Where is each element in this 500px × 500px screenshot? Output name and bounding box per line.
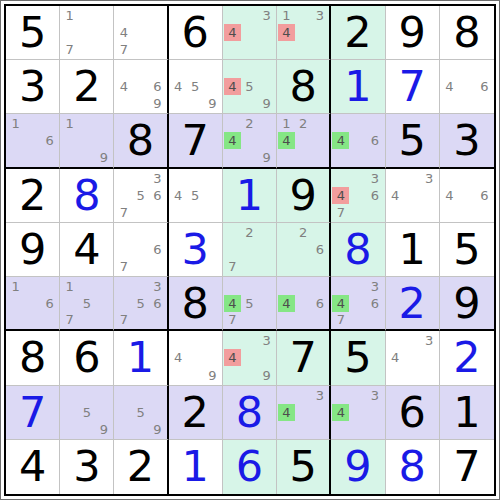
- given-digit: 7: [440, 440, 494, 494]
- candidate-4: 4: [115, 24, 132, 41]
- candidate-7: 7: [115, 41, 132, 58]
- empty-candidate-slot: [115, 7, 132, 24]
- empty-candidate-slot: [312, 41, 329, 58]
- candidate-1: 1: [278, 115, 295, 132]
- given-digit: 3: [6, 60, 59, 113]
- empty-candidate-slot: [312, 421, 329, 438]
- empty-candidate-slot: [441, 170, 458, 187]
- cell-r6c7[interactable]: 3467: [331, 277, 385, 331]
- cell-r8c8[interactable]: 6: [386, 386, 440, 440]
- empty-candidate-slot: [278, 241, 295, 258]
- cell-r8c7[interactable]: 34: [331, 386, 385, 440]
- cell-r6c8[interactable]: 2: [386, 277, 440, 331]
- cell-r8c3[interactable]: 59: [114, 386, 168, 440]
- cell-r2c4[interactable]: 459: [169, 60, 223, 114]
- empty-candidate-slot: [78, 421, 95, 438]
- candidate-9: 9: [258, 95, 275, 112]
- empty-candidate-slot: [458, 204, 475, 221]
- empty-candidate-slot: [241, 241, 258, 258]
- empty-candidate-slot: [115, 278, 132, 295]
- candidate-7: 7: [332, 204, 349, 221]
- solved-digit: 6: [223, 440, 276, 494]
- cell-r9c9[interactable]: 7: [440, 440, 494, 494]
- cell-r5c2[interactable]: 4: [60, 223, 114, 277]
- cell-r2c5[interactable]: 459: [223, 60, 277, 114]
- empty-candidate-slot: [170, 61, 187, 78]
- cell-r5c5[interactable]: 27: [223, 223, 277, 277]
- candidate-2: 2: [241, 115, 258, 132]
- cell-r4c1[interactable]: 2: [6, 169, 60, 223]
- solved-digit: 8: [60, 169, 113, 222]
- empty-candidate-slot: [366, 421, 383, 438]
- empty-candidate-slot: [224, 149, 241, 166]
- cell-r4c8[interactable]: 34: [386, 169, 440, 223]
- given-digit: 6: [386, 386, 439, 439]
- empty-candidate-slot: [149, 404, 166, 421]
- empty-candidate-slot: [312, 278, 329, 295]
- candidate-grid: 19: [60, 114, 113, 166]
- empty-candidate-slot: [61, 24, 78, 41]
- candidate-5: 5: [132, 295, 149, 312]
- candidate-6: 6: [149, 78, 166, 95]
- cell-r6c4[interactable]: 8: [169, 277, 223, 331]
- empty-candidate-slot: [241, 95, 258, 112]
- cell-r7c5[interactable]: 349: [223, 331, 277, 385]
- empty-candidate-slot: [476, 61, 493, 78]
- candidate-4-green-highlight: 4: [224, 295, 241, 312]
- cell-r9c3[interactable]: 2: [114, 440, 168, 494]
- candidate-4: 4: [441, 187, 458, 204]
- given-digit: 2: [6, 169, 59, 222]
- given-digit: 5: [277, 440, 329, 494]
- empty-candidate-slot: [295, 312, 312, 329]
- empty-candidate-slot: [224, 366, 241, 383]
- empty-candidate-slot: [78, 387, 95, 404]
- candidate-4: 4: [441, 78, 458, 95]
- candidate-2: 2: [295, 115, 312, 132]
- empty-candidate-slot: [312, 115, 329, 132]
- empty-candidate-slot: [387, 366, 404, 383]
- empty-candidate-slot: [204, 349, 221, 366]
- empty-candidate-slot: [224, 61, 241, 78]
- empty-candidate-slot: [187, 204, 204, 221]
- empty-candidate-slot: [295, 7, 312, 24]
- cell-r1c7[interactable]: 2: [331, 6, 385, 60]
- empty-candidate-slot: [170, 366, 187, 383]
- candidate-5: 5: [132, 187, 149, 204]
- candidate-1: 1: [61, 7, 78, 24]
- candidate-4-red-highlight: 4: [224, 78, 241, 95]
- empty-candidate-slot: [95, 404, 112, 421]
- cell-r7c7[interactable]: 5: [331, 331, 385, 385]
- candidate-grid: 46: [440, 169, 494, 222]
- empty-candidate-slot: [421, 349, 438, 366]
- empty-candidate-slot: [241, 258, 258, 275]
- empty-candidate-slot: [458, 61, 475, 78]
- empty-candidate-slot: [170, 170, 187, 187]
- empty-candidate-slot: [132, 24, 149, 41]
- empty-candidate-slot: [204, 170, 221, 187]
- candidate-grid: 3467: [331, 169, 384, 222]
- cell-r1c6[interactable]: 134: [277, 6, 331, 60]
- given-digit: 1: [386, 223, 439, 276]
- empty-candidate-slot: [258, 295, 275, 312]
- empty-candidate-slot: [61, 132, 78, 149]
- empty-candidate-slot: [7, 149, 24, 166]
- candidate-9: 9: [258, 366, 275, 383]
- cell-r7c9[interactable]: 2: [440, 331, 494, 385]
- given-digit: 3: [440, 114, 494, 166]
- empty-candidate-slot: [278, 421, 295, 438]
- candidate-9: 9: [258, 149, 275, 166]
- sudoku-board: 5174763413429832469459459817461619872491…: [4, 4, 496, 496]
- cell-r8c6[interactable]: 34: [277, 386, 331, 440]
- empty-candidate-slot: [149, 387, 166, 404]
- candidate-3: 3: [366, 387, 383, 404]
- empty-candidate-slot: [258, 61, 275, 78]
- empty-candidate-slot: [366, 204, 383, 221]
- empty-candidate-slot: [278, 387, 295, 404]
- cell-r7c3[interactable]: 1: [114, 331, 168, 385]
- cell-r8c5[interactable]: 8: [223, 386, 277, 440]
- empty-candidate-slot: [349, 204, 366, 221]
- empty-candidate-slot: [115, 170, 132, 187]
- cell-r9c8[interactable]: 8: [386, 440, 440, 494]
- candidate-grid: 59: [60, 386, 113, 439]
- candidate-4-red-highlight: 4: [278, 24, 295, 41]
- cell-r4c7[interactable]: 3467: [331, 169, 385, 223]
- candidate-7: 7: [115, 312, 132, 329]
- cell-r7c2[interactable]: 6: [60, 331, 114, 385]
- empty-candidate-slot: [115, 95, 132, 112]
- empty-candidate-slot: [404, 204, 421, 221]
- empty-candidate-slot: [258, 258, 275, 275]
- cell-r5c4[interactable]: 3: [169, 223, 223, 277]
- empty-candidate-slot: [115, 404, 132, 421]
- empty-candidate-slot: [332, 149, 349, 166]
- empty-candidate-slot: [441, 61, 458, 78]
- cell-r3c8[interactable]: 5: [386, 114, 440, 168]
- candidate-6: 6: [366, 132, 383, 149]
- empty-candidate-slot: [187, 366, 204, 383]
- cell-r6c1[interactable]: 16: [6, 277, 60, 331]
- empty-candidate-slot: [278, 278, 295, 295]
- empty-candidate-slot: [132, 7, 149, 24]
- candidate-7: 7: [224, 312, 241, 329]
- given-digit: 1: [440, 386, 494, 439]
- empty-candidate-slot: [312, 258, 329, 275]
- cell-r7c6[interactable]: 7: [277, 331, 331, 385]
- cell-r4c9[interactable]: 46: [440, 169, 494, 223]
- empty-candidate-slot: [312, 132, 329, 149]
- empty-candidate-slot: [61, 387, 78, 404]
- empty-candidate-slot: [349, 421, 366, 438]
- candidate-grid: 457: [223, 277, 276, 329]
- cell-r5c7[interactable]: 8: [331, 223, 385, 277]
- cell-r6c2[interactable]: 157: [60, 277, 114, 331]
- cell-r1c2[interactable]: 17: [60, 6, 114, 60]
- given-digit: 6: [169, 6, 222, 59]
- empty-candidate-slot: [132, 387, 149, 404]
- candidate-5: 5: [132, 404, 149, 421]
- cell-r2c7[interactable]: 1: [331, 60, 385, 114]
- empty-candidate-slot: [187, 170, 204, 187]
- empty-candidate-slot: [332, 387, 349, 404]
- empty-candidate-slot: [476, 170, 493, 187]
- cell-r2c1[interactable]: 3: [6, 60, 60, 114]
- empty-candidate-slot: [295, 24, 312, 41]
- empty-candidate-slot: [132, 61, 149, 78]
- cell-r3c7[interactable]: 46: [331, 114, 385, 168]
- cell-r1c9[interactable]: 8: [440, 6, 494, 60]
- cell-r4c4[interactable]: 45: [169, 169, 223, 223]
- cell-r9c2[interactable]: 3: [60, 440, 114, 494]
- candidate-7: 7: [224, 258, 241, 275]
- empty-candidate-slot: [366, 312, 383, 329]
- given-digit: 4: [6, 440, 59, 494]
- empty-candidate-slot: [78, 41, 95, 58]
- solved-digit: 8: [386, 440, 439, 494]
- given-digit: 8: [6, 331, 59, 384]
- empty-candidate-slot: [187, 349, 204, 366]
- cell-r3c3[interactable]: 8: [114, 114, 168, 168]
- empty-candidate-slot: [204, 332, 221, 349]
- empty-candidate-slot: [404, 332, 421, 349]
- empty-candidate-slot: [349, 404, 366, 421]
- candidate-grid: 34: [331, 386, 384, 439]
- empty-candidate-slot: [278, 312, 295, 329]
- candidate-grid: 16: [6, 114, 59, 166]
- candidate-6: 6: [41, 132, 58, 149]
- candidate-5: 5: [78, 295, 95, 312]
- cell-r8c4[interactable]: 2: [169, 386, 223, 440]
- cell-r3c2[interactable]: 19: [60, 114, 114, 168]
- solved-digit: 1: [114, 331, 166, 384]
- empty-candidate-slot: [349, 387, 366, 404]
- empty-candidate-slot: [41, 115, 58, 132]
- cell-r1c5[interactable]: 34: [223, 6, 277, 60]
- cell-r6c6[interactable]: 46: [277, 277, 331, 331]
- given-digit: 7: [169, 114, 222, 166]
- empty-candidate-slot: [149, 7, 166, 24]
- candidate-grid: 3467: [331, 277, 384, 329]
- empty-candidate-slot: [295, 132, 312, 149]
- empty-candidate-slot: [258, 78, 275, 95]
- solved-digit: 7: [6, 386, 59, 439]
- empty-candidate-slot: [132, 278, 149, 295]
- empty-candidate-slot: [7, 312, 24, 329]
- empty-candidate-slot: [132, 95, 149, 112]
- empty-candidate-slot: [41, 149, 58, 166]
- given-digit: 5: [440, 223, 494, 276]
- candidate-4-green-highlight: 4: [278, 295, 295, 312]
- empty-candidate-slot: [441, 204, 458, 221]
- candidate-9: 9: [149, 95, 166, 112]
- candidate-4-green-highlight: 4: [224, 132, 241, 149]
- candidate-2: 2: [241, 224, 258, 241]
- candidate-9: 9: [204, 95, 221, 112]
- empty-candidate-slot: [278, 224, 295, 241]
- candidate-9: 9: [204, 366, 221, 383]
- candidate-4: 4: [170, 187, 187, 204]
- cell-r1c3[interactable]: 47: [114, 6, 168, 60]
- empty-candidate-slot: [41, 312, 58, 329]
- empty-candidate-slot: [258, 278, 275, 295]
- given-digit: 2: [169, 386, 222, 439]
- candidate-4-red-highlight: 4: [332, 187, 349, 204]
- empty-candidate-slot: [224, 278, 241, 295]
- candidate-7: 7: [115, 258, 132, 275]
- candidate-grid: 34: [386, 331, 439, 384]
- empty-candidate-slot: [78, 24, 95, 41]
- candidate-4-green-highlight: 4: [278, 132, 295, 149]
- empty-candidate-slot: [115, 61, 132, 78]
- empty-candidate-slot: [349, 132, 366, 149]
- given-digit: 8: [440, 6, 494, 59]
- empty-candidate-slot: [7, 295, 24, 312]
- candidate-6: 6: [312, 295, 329, 312]
- cell-r9c7[interactable]: 9: [331, 440, 385, 494]
- empty-candidate-slot: [258, 115, 275, 132]
- empty-candidate-slot: [295, 278, 312, 295]
- cell-r4c2[interactable]: 8: [60, 169, 114, 223]
- empty-candidate-slot: [187, 95, 204, 112]
- cell-r1c4[interactable]: 6: [169, 6, 223, 60]
- empty-candidate-slot: [404, 187, 421, 204]
- cell-r5c8[interactable]: 1: [386, 223, 440, 277]
- cell-r8c1[interactable]: 7: [6, 386, 60, 440]
- empty-candidate-slot: [204, 78, 221, 95]
- empty-candidate-slot: [349, 312, 366, 329]
- empty-candidate-slot: [41, 278, 58, 295]
- cell-r8c2[interactable]: 59: [60, 386, 114, 440]
- cell-r4c3[interactable]: 3567: [114, 169, 168, 223]
- cell-r3c4[interactable]: 7: [169, 114, 223, 168]
- candidate-3: 3: [312, 7, 329, 24]
- empty-candidate-slot: [241, 132, 258, 149]
- empty-candidate-slot: [295, 149, 312, 166]
- candidate-3: 3: [421, 170, 438, 187]
- candidate-grid: 3567: [114, 277, 166, 329]
- empty-candidate-slot: [95, 295, 112, 312]
- given-digit: 8: [169, 277, 222, 329]
- cell-r7c4[interactable]: 49: [169, 331, 223, 385]
- candidate-grid: 459: [169, 60, 222, 113]
- cell-r3c9[interactable]: 3: [440, 114, 494, 168]
- given-digit: 5: [386, 114, 439, 166]
- sudoku-window: 5174763413429832469459459817461619872491…: [0, 0, 500, 500]
- cell-r9c5[interactable]: 6: [223, 440, 277, 494]
- cell-r6c9[interactable]: 9: [440, 277, 494, 331]
- candidate-grid: 157: [60, 277, 113, 329]
- empty-candidate-slot: [312, 149, 329, 166]
- empty-candidate-slot: [24, 149, 41, 166]
- empty-candidate-slot: [349, 170, 366, 187]
- empty-candidate-slot: [258, 132, 275, 149]
- empty-candidate-slot: [61, 295, 78, 312]
- cell-r5c9[interactable]: 5: [440, 223, 494, 277]
- cell-r2c8[interactable]: 7: [386, 60, 440, 114]
- cell-r9c4[interactable]: 1: [169, 440, 223, 494]
- empty-candidate-slot: [295, 387, 312, 404]
- cell-r1c8[interactable]: 9: [386, 6, 440, 60]
- empty-candidate-slot: [404, 366, 421, 383]
- empty-candidate-slot: [170, 332, 187, 349]
- cell-r7c8[interactable]: 34: [386, 331, 440, 385]
- cell-r3c5[interactable]: 249: [223, 114, 277, 168]
- cell-r4c5[interactable]: 1: [223, 169, 277, 223]
- candidate-grid: 134: [277, 6, 329, 59]
- candidate-6: 6: [366, 295, 383, 312]
- empty-candidate-slot: [149, 61, 166, 78]
- cell-r2c2[interactable]: 2: [60, 60, 114, 114]
- empty-candidate-slot: [295, 421, 312, 438]
- cell-r5c1[interactable]: 9: [6, 223, 60, 277]
- candidate-4: 4: [387, 349, 404, 366]
- cell-r2c3[interactable]: 469: [114, 60, 168, 114]
- empty-candidate-slot: [366, 149, 383, 166]
- candidate-3: 3: [149, 278, 166, 295]
- cell-r3c1[interactable]: 16: [6, 114, 60, 168]
- cell-r9c6[interactable]: 5: [277, 440, 331, 494]
- empty-candidate-slot: [349, 187, 366, 204]
- candidate-grid: 249: [223, 114, 276, 166]
- empty-candidate-slot: [7, 132, 24, 149]
- empty-candidate-slot: [241, 61, 258, 78]
- cell-r6c5[interactable]: 457: [223, 277, 277, 331]
- empty-candidate-slot: [349, 295, 366, 312]
- candidate-grid: 34: [386, 169, 439, 222]
- empty-candidate-slot: [332, 115, 349, 132]
- empty-candidate-slot: [24, 295, 41, 312]
- cell-r4c6[interactable]: 9: [277, 169, 331, 223]
- empty-candidate-slot: [295, 295, 312, 312]
- cell-r6c3[interactable]: 3567: [114, 277, 168, 331]
- empty-candidate-slot: [61, 421, 78, 438]
- empty-candidate-slot: [95, 387, 112, 404]
- empty-candidate-slot: [132, 78, 149, 95]
- empty-candidate-slot: [187, 61, 204, 78]
- empty-candidate-slot: [149, 224, 166, 241]
- cell-r5c6[interactable]: 26: [277, 223, 331, 277]
- cell-r9c1[interactable]: 4: [6, 440, 60, 494]
- cell-r7c1[interactable]: 8: [6, 331, 60, 385]
- empty-candidate-slot: [241, 332, 258, 349]
- cell-r3c6[interactable]: 124: [277, 114, 331, 168]
- cell-r5c3[interactable]: 67: [114, 223, 168, 277]
- empty-candidate-slot: [115, 187, 132, 204]
- candidate-4-red-highlight: 4: [224, 24, 241, 41]
- given-digit: 9: [277, 169, 329, 222]
- candidate-5: 5: [241, 295, 258, 312]
- empty-candidate-slot: [295, 41, 312, 58]
- cell-r8c9[interactable]: 1: [440, 386, 494, 440]
- cell-r1c1[interactable]: 5: [6, 6, 60, 60]
- empty-candidate-slot: [241, 349, 258, 366]
- candidate-1: 1: [7, 115, 24, 132]
- solved-digit: 2: [440, 331, 494, 384]
- cell-r2c9[interactable]: 46: [440, 60, 494, 114]
- candidate-7: 7: [61, 41, 78, 58]
- candidate-grid: 349: [223, 331, 276, 384]
- solved-digit: 8: [223, 386, 276, 439]
- empty-candidate-slot: [170, 95, 187, 112]
- solved-digit: 1: [223, 169, 276, 222]
- cell-r2c6[interactable]: 8: [277, 60, 331, 114]
- given-digit: 8: [277, 60, 329, 113]
- candidate-4-green-highlight: 4: [332, 132, 349, 149]
- given-digit: 3: [60, 440, 113, 494]
